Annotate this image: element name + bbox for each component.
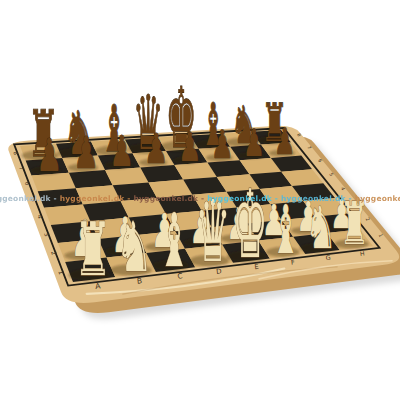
watermark-text: hyggeonkel.dk - (281, 194, 355, 203)
piece-white-rook-a1: ♜ (74, 206, 112, 292)
watermark-text: hyggeonkel.dk - (207, 194, 281, 203)
piece-black-pawn-e7: ♟ (178, 123, 202, 170)
piece-black-pawn-g7: ♟ (243, 120, 265, 165)
piece-black-pawn-d7: ♟ (144, 124, 168, 173)
watermark-text: hyggeonkel.dk - (133, 194, 207, 203)
piece-black-pawn-c7: ♟ (109, 125, 134, 176)
watermark-text: hyggeonkel.dk - (0, 194, 60, 203)
piece-white-knight-b1: ♞ (115, 206, 153, 286)
piece-black-pawn-h7: ♟ (274, 119, 296, 162)
piece-black-pawn-b7: ♟ (73, 127, 99, 179)
watermark-band: hyggeonkel.dk - hyggeonkel.dk - hyggeonk… (0, 192, 400, 205)
piece-black-pawn-f7: ♟ (211, 122, 234, 168)
piece-black-pawn-a7: ♟ (36, 128, 63, 181)
watermark-text: hyggeonkel.dk - (60, 194, 134, 203)
piece-white-king-e1: ♚ (232, 169, 268, 278)
chess-set-product-photo: ABCDEFGH8877665544332211♜♞♝♛♚♝♞♜♟♟♟♟♟♟♟♟… (0, 0, 400, 400)
watermark-text: hyggeonkel.dk - (355, 194, 400, 203)
piece-white-bishop-c1: ♝ (158, 197, 190, 283)
